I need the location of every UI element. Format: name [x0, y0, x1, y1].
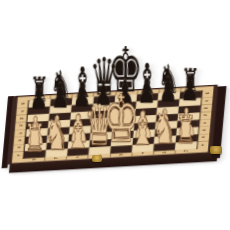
white-rook: ♜︎: [24, 119, 45, 157]
square-a1: ♜︎: [24, 150, 46, 158]
board-border: abcdefgh abcdefgh 87654321 87654321 ♜︎♞︎…: [12, 86, 214, 163]
coordinate-label: 1: [12, 151, 24, 159]
brass-clasp-icon: [92, 155, 102, 162]
square-g1: ♞︎: [153, 143, 175, 151]
board-frame: abcdefgh abcdefgh 87654321 87654321 ♜︎♞︎…: [8, 85, 218, 165]
coordinate-label: 1: [196, 141, 208, 149]
chess-board: abcdefgh abcdefgh 87654321 87654321 ♜︎♞︎…: [8, 85, 218, 165]
brass-hinge-icon: [210, 146, 222, 154]
white-rook: ♜︎: [175, 111, 196, 149]
board-grid: ♜︎♞︎♝︎♛︎♚︎♝︎♞︎♜︎♟︎♟︎♟︎♟︎♟︎♟︎♟︎♟︎♟︎♟︎♟︎♟︎…: [24, 91, 202, 159]
chess-set-photo: abcdefgh abcdefgh 87654321 87654321 ♜︎♞︎…: [0, 0, 230, 230]
square-f1: ♝︎: [132, 144, 154, 152]
square-h1: ♜︎: [175, 142, 197, 150]
white-knight: ♞︎: [152, 106, 176, 150]
